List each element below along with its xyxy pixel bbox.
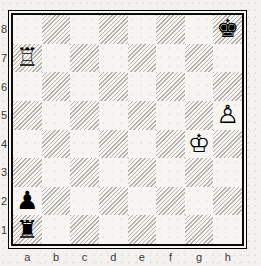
square-b5[interactable]: [42, 101, 71, 130]
square-b3[interactable]: [42, 158, 71, 187]
file-label-g: g: [185, 250, 214, 264]
square-a2[interactable]: ♟: [13, 187, 42, 216]
square-g1[interactable]: [185, 215, 214, 244]
square-h4[interactable]: [213, 130, 242, 159]
square-h7[interactable]: [213, 44, 242, 73]
rank-label-6: 6: [0, 72, 8, 101]
square-e3[interactable]: [128, 158, 157, 187]
square-g5[interactable]: [185, 101, 214, 130]
square-f1[interactable]: [156, 215, 185, 244]
file-label-c: c: [70, 250, 99, 264]
square-a8[interactable]: [13, 15, 42, 44]
black-king[interactable]: ♚: [216, 15, 238, 43]
square-f4[interactable]: [156, 130, 185, 159]
white-king[interactable]: ♔: [188, 130, 210, 158]
square-g6[interactable]: [185, 72, 214, 101]
square-b4[interactable]: [42, 130, 71, 159]
rank-label-3: 3: [0, 158, 8, 187]
rank-labels: 87654321: [0, 15, 8, 244]
chess-diagram: 87654321 ♚♖♙♔♟♜ abcdefgh: [0, 0, 261, 266]
square-e8[interactable]: [128, 15, 157, 44]
square-b7[interactable]: [42, 44, 71, 73]
rank-label-2: 2: [0, 187, 8, 216]
square-a4[interactable]: [13, 130, 42, 159]
square-d3[interactable]: [99, 158, 128, 187]
square-a6[interactable]: [13, 72, 42, 101]
file-label-d: d: [99, 250, 128, 264]
file-label-h: h: [213, 250, 242, 264]
square-b6[interactable]: [42, 72, 71, 101]
rank-label-7: 7: [0, 44, 8, 73]
square-d5[interactable]: [99, 101, 128, 130]
square-f2[interactable]: [156, 187, 185, 216]
square-a1[interactable]: ♜: [13, 215, 42, 244]
square-a7[interactable]: ♖: [13, 44, 42, 73]
square-d7[interactable]: [99, 44, 128, 73]
square-c4[interactable]: [70, 130, 99, 159]
square-c2[interactable]: [70, 187, 99, 216]
square-h2[interactable]: [213, 187, 242, 216]
square-d8[interactable]: [99, 15, 128, 44]
square-a5[interactable]: [13, 101, 42, 130]
square-f6[interactable]: [156, 72, 185, 101]
square-e4[interactable]: [128, 130, 157, 159]
file-labels: abcdefgh: [13, 250, 242, 264]
square-b2[interactable]: [42, 187, 71, 216]
rank-label-1: 1: [0, 215, 8, 244]
file-label-e: e: [128, 250, 157, 264]
square-h3[interactable]: [213, 158, 242, 187]
square-d4[interactable]: [99, 130, 128, 159]
square-h5[interactable]: ♙: [213, 101, 242, 130]
square-e6[interactable]: [128, 72, 157, 101]
file-label-f: f: [156, 250, 185, 264]
square-c1[interactable]: [70, 215, 99, 244]
square-f8[interactable]: [156, 15, 185, 44]
square-g4[interactable]: ♔: [185, 130, 214, 159]
white-rook[interactable]: ♖: [16, 44, 38, 72]
square-d2[interactable]: [99, 187, 128, 216]
rank-label-5: 5: [0, 101, 8, 130]
file-label-b: b: [42, 250, 71, 264]
square-d1[interactable]: [99, 215, 128, 244]
black-rook[interactable]: ♜: [16, 216, 38, 244]
square-c3[interactable]: [70, 158, 99, 187]
square-g3[interactable]: [185, 158, 214, 187]
black-pawn[interactable]: ♟: [16, 187, 38, 215]
square-b8[interactable]: [42, 15, 71, 44]
square-f5[interactable]: [156, 101, 185, 130]
board: ♚♖♙♔♟♜: [13, 15, 242, 244]
square-c6[interactable]: [70, 72, 99, 101]
square-h6[interactable]: [213, 72, 242, 101]
square-c8[interactable]: [70, 15, 99, 44]
board-border: ♚♖♙♔♟♜: [8, 10, 247, 249]
square-c5[interactable]: [70, 101, 99, 130]
square-d6[interactable]: [99, 72, 128, 101]
square-f7[interactable]: [156, 44, 185, 73]
square-e7[interactable]: [128, 44, 157, 73]
rank-label-8: 8: [0, 15, 8, 44]
square-g7[interactable]: [185, 44, 214, 73]
square-f3[interactable]: [156, 158, 185, 187]
square-b1[interactable]: [42, 215, 71, 244]
square-a3[interactable]: [13, 158, 42, 187]
square-e5[interactable]: [128, 101, 157, 130]
square-h1[interactable]: [213, 215, 242, 244]
board-inner-border: ♚♖♙♔♟♜: [11, 13, 244, 246]
square-e1[interactable]: [128, 215, 157, 244]
square-g2[interactable]: [185, 187, 214, 216]
square-e2[interactable]: [128, 187, 157, 216]
square-g8[interactable]: [185, 15, 214, 44]
white-pawn[interactable]: ♙: [216, 101, 238, 129]
file-label-a: a: [13, 250, 42, 264]
square-c7[interactable]: [70, 44, 99, 73]
square-h8[interactable]: ♚: [213, 15, 242, 44]
rank-label-4: 4: [0, 130, 8, 159]
